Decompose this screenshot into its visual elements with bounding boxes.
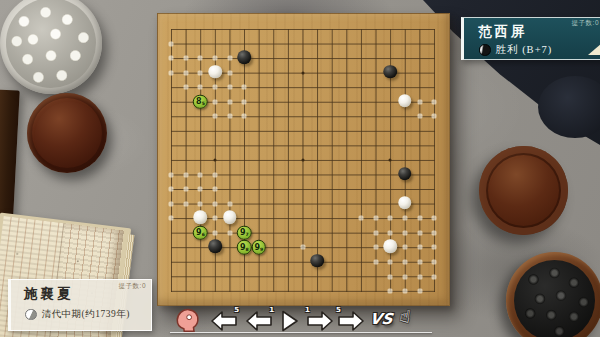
territory-mark bbox=[432, 259, 437, 264]
territory-mark bbox=[169, 172, 174, 177]
territory-mark bbox=[183, 201, 188, 206]
territory-mark bbox=[183, 70, 188, 75]
territory-mark bbox=[242, 99, 247, 104]
forward-1-button[interactable]: 1 bbox=[307, 311, 333, 331]
territory-mark bbox=[242, 114, 247, 119]
move-marker-F5: 97 bbox=[237, 226, 252, 241]
hand-pointer-icon: ☝ bbox=[398, 305, 412, 326]
back-5-button[interactable]: 5 bbox=[211, 311, 237, 331]
white-stone-Q4 bbox=[384, 240, 398, 254]
white-stone-C6 bbox=[194, 210, 208, 224]
territory-mark bbox=[198, 70, 203, 75]
territory-mark bbox=[432, 99, 437, 104]
game-screen: 8596979899 提子数:0 范西屏 胜利 (B+7) 提子数:0 施襄夏 … bbox=[0, 0, 600, 337]
territory-mark bbox=[373, 230, 378, 235]
white-stone-D16 bbox=[208, 65, 222, 79]
player-panel-top: 提子数:0 范西屏 胜利 (B+7) bbox=[461, 17, 600, 60]
territory-mark bbox=[417, 274, 422, 279]
black-stones-pile bbox=[514, 260, 595, 337]
territory-mark bbox=[388, 274, 393, 279]
forward-5-button[interactable]: 5 bbox=[338, 311, 364, 331]
territory-mark bbox=[198, 172, 203, 177]
black-stone-D4 bbox=[208, 240, 222, 254]
black-stone-L3 bbox=[311, 254, 325, 267]
territory-mark bbox=[388, 230, 393, 235]
star-point bbox=[389, 159, 392, 162]
forward-1-badge: 1 bbox=[305, 306, 310, 314]
move-marker-C5: 96 bbox=[193, 226, 208, 241]
white-stone-E6 bbox=[223, 210, 237, 224]
territory-mark bbox=[402, 245, 407, 250]
toolbar-underline bbox=[170, 332, 432, 333]
white-stones-pile bbox=[6, 0, 96, 88]
territory-mark bbox=[169, 56, 174, 61]
play-icon bbox=[281, 310, 299, 332]
arrow-left-icon bbox=[211, 311, 237, 331]
head-dot bbox=[187, 315, 192, 320]
star-point bbox=[301, 159, 304, 162]
territory-mark bbox=[417, 245, 422, 250]
head-icon bbox=[177, 310, 198, 332]
territory-mark bbox=[227, 201, 232, 206]
arrow-right-icon bbox=[338, 311, 364, 331]
territory-mark bbox=[227, 70, 232, 75]
black-stone-Q16 bbox=[384, 65, 398, 79]
black-stone-bowl bbox=[506, 252, 600, 337]
move-marker-G4: 99 bbox=[252, 240, 267, 255]
territory-mark bbox=[432, 274, 437, 279]
territory-mark bbox=[432, 245, 437, 250]
player-name: 范西屏 bbox=[478, 23, 528, 41]
territory-mark bbox=[213, 114, 218, 119]
white-stone-R7 bbox=[398, 196, 412, 210]
territory-mark bbox=[198, 201, 203, 206]
forward-5-badge: 5 bbox=[336, 306, 341, 314]
territory-mark bbox=[183, 187, 188, 192]
black-stone-R9 bbox=[398, 167, 412, 181]
territory-mark bbox=[373, 216, 378, 221]
white-stone-icon bbox=[25, 309, 37, 321]
territory-mark bbox=[169, 41, 174, 46]
territory-mark bbox=[300, 245, 305, 250]
territory-mark bbox=[373, 245, 378, 250]
bowl-lid-right bbox=[479, 146, 568, 235]
territory-mark bbox=[169, 216, 174, 221]
hint-head-button[interactable] bbox=[174, 308, 201, 333]
vs-mode-button[interactable]: VS bbox=[370, 310, 392, 328]
pointer-mode-button[interactable]: ☝ bbox=[400, 306, 410, 326]
territory-mark bbox=[198, 187, 203, 192]
back-5-badge: 5 bbox=[234, 306, 239, 314]
territory-mark bbox=[417, 230, 422, 235]
era-label: 清代中期(约1739年) bbox=[42, 308, 130, 321]
vs-icon: VS bbox=[369, 310, 394, 328]
bowl-lid-left bbox=[27, 93, 107, 173]
territory-mark bbox=[227, 85, 232, 90]
star-point bbox=[214, 159, 217, 162]
territory-mark bbox=[227, 99, 232, 104]
territory-mark bbox=[198, 85, 203, 90]
corner-triangle-icon bbox=[588, 44, 600, 55]
territory-mark bbox=[373, 259, 378, 264]
black-stone-F17 bbox=[238, 50, 252, 64]
territory-mark bbox=[183, 172, 188, 177]
territory-mark bbox=[169, 201, 174, 206]
territory-mark bbox=[417, 99, 422, 104]
territory-mark bbox=[388, 289, 393, 294]
territory-mark bbox=[402, 289, 407, 294]
play-button[interactable] bbox=[281, 310, 299, 332]
territory-mark bbox=[213, 85, 218, 90]
territory-mark bbox=[417, 114, 422, 119]
territory-mark bbox=[213, 56, 218, 61]
territory-mark bbox=[242, 85, 247, 90]
territory-mark bbox=[183, 85, 188, 90]
territory-mark bbox=[227, 56, 232, 61]
territory-mark bbox=[227, 230, 232, 235]
territory-mark bbox=[432, 114, 437, 119]
territory-mark bbox=[402, 216, 407, 221]
arrow-right-icon bbox=[307, 311, 333, 331]
territory-mark bbox=[213, 230, 218, 235]
back-1-badge: 1 bbox=[269, 306, 274, 314]
player-panel-bottom: 提子数:0 施襄夏 清代中期(约1739年) bbox=[8, 279, 152, 331]
territory-mark bbox=[417, 289, 422, 294]
territory-mark bbox=[213, 201, 218, 206]
captures-label: 提子数:0 bbox=[119, 282, 146, 291]
go-board[interactable]: 8596979899 bbox=[157, 13, 450, 306]
territory-mark bbox=[417, 216, 422, 221]
move-marker-F4: 98 bbox=[237, 240, 252, 255]
black-stone-icon bbox=[479, 44, 491, 56]
white-stone-R14 bbox=[398, 94, 412, 108]
territory-mark bbox=[213, 99, 218, 104]
territory-mark bbox=[213, 216, 218, 221]
territory-mark bbox=[388, 259, 393, 264]
move-marker-C14: 85 bbox=[193, 95, 208, 110]
territory-mark bbox=[183, 56, 188, 61]
territory-mark bbox=[402, 230, 407, 235]
territory-mark bbox=[198, 56, 203, 61]
arrow-left-icon bbox=[246, 311, 272, 331]
territory-mark bbox=[402, 274, 407, 279]
back-1-button[interactable]: 1 bbox=[246, 311, 272, 331]
territory-mark bbox=[227, 114, 232, 119]
territory-mark bbox=[359, 216, 364, 221]
territory-mark bbox=[169, 70, 174, 75]
territory-mark bbox=[432, 216, 437, 221]
territory-mark bbox=[432, 230, 437, 235]
white-stone-bowl bbox=[0, 0, 102, 94]
result-label: 胜利 (B+7) bbox=[496, 43, 553, 57]
territory-mark bbox=[213, 172, 218, 177]
territory-mark bbox=[388, 216, 393, 221]
star-point bbox=[301, 71, 304, 74]
shadow-blob bbox=[538, 76, 600, 138]
territory-mark bbox=[402, 259, 407, 264]
territory-mark bbox=[417, 259, 422, 264]
territory-mark bbox=[169, 187, 174, 192]
player-name: 施襄夏 bbox=[24, 285, 74, 303]
territory-mark bbox=[213, 187, 218, 192]
captures-label: 提子数:0 bbox=[572, 19, 599, 28]
